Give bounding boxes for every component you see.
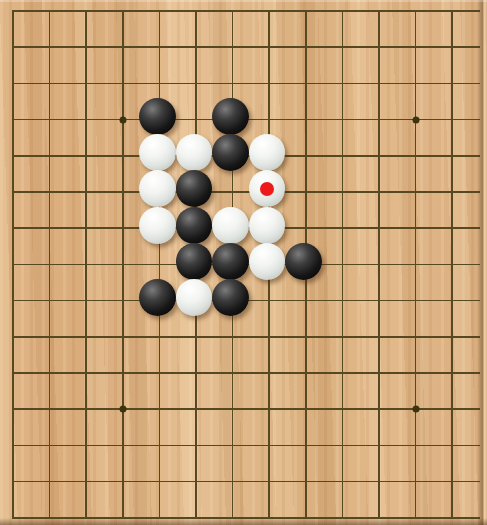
intersection-c12-r9[interactable]	[397, 282, 434, 318]
intersection-c11-r9[interactable]	[361, 282, 398, 318]
intersection-c12-r13[interactable]	[397, 427, 434, 463]
intersection-c10-r11[interactable]	[324, 355, 361, 391]
intersection-c1-r10[interactable]	[0, 319, 31, 355]
intersection-c8-r4[interactable]	[251, 101, 288, 137]
intersection-c5-r4[interactable]	[141, 101, 178, 137]
intersection-c2-r6[interactable]	[31, 174, 68, 210]
intersection-c4-r2[interactable]	[104, 29, 141, 65]
intersection-c13-r5[interactable]	[434, 138, 471, 174]
intersection-c10-r4[interactable]	[324, 101, 361, 137]
intersection-c6-r12[interactable]	[178, 391, 215, 427]
intersection-c12-r14[interactable]	[397, 463, 434, 499]
white-stone	[139, 134, 176, 171]
intersection-c12-r2[interactable]	[397, 29, 434, 65]
intersection-c12-r5[interactable]	[397, 138, 434, 174]
intersection-c7-r3[interactable]	[214, 65, 251, 101]
intersection-c12-r4[interactable]	[397, 101, 434, 137]
intersection-c12-r3[interactable]	[397, 65, 434, 101]
intersection-c4-r10[interactable]	[104, 319, 141, 355]
intersection-c7-r9[interactable]	[214, 282, 251, 318]
intersection-c3-r5[interactable]	[68, 138, 105, 174]
intersection-c6-r3[interactable]	[178, 65, 215, 101]
black-stone	[139, 98, 176, 135]
intersection-c4-r4[interactable]	[104, 101, 141, 137]
white-stone	[249, 243, 286, 280]
intersection-c10-r1[interactable]	[324, 0, 361, 29]
white-stone	[176, 134, 213, 171]
intersection-c7-r5[interactable]	[214, 138, 251, 174]
intersection-c5-r14[interactable]	[141, 463, 178, 499]
intersection-c8-r9[interactable]	[251, 282, 288, 318]
intersection-c6-r2[interactable]	[178, 29, 215, 65]
intersection-c13-r8[interactable]	[434, 246, 471, 282]
intersection-c2-r4[interactable]	[31, 101, 68, 137]
intersection-c13-r10[interactable]	[434, 319, 471, 355]
intersection-c10-r8[interactable]	[324, 246, 361, 282]
intersection-c6-r6[interactable]	[178, 174, 215, 210]
white-stone	[249, 134, 286, 171]
intersection-c4-r8[interactable]	[104, 246, 141, 282]
intersection-c5-r12[interactable]	[141, 391, 178, 427]
intersection-c2-r10[interactable]	[31, 319, 68, 355]
intersection-c7-r4[interactable]	[214, 101, 251, 137]
intersection-c7-r11[interactable]	[214, 355, 251, 391]
intersection-c2-r7[interactable]	[31, 210, 68, 246]
intersection-c9-r13[interactable]	[287, 427, 324, 463]
intersection-c1-r8[interactable]	[0, 246, 31, 282]
intersection-c9-r6[interactable]	[287, 174, 324, 210]
intersection-c3-r12[interactable]	[68, 391, 105, 427]
intersection-c4-r12[interactable]	[104, 391, 141, 427]
intersection-c13-r2[interactable]	[434, 29, 471, 65]
intersection-c4-r14[interactable]	[104, 463, 141, 499]
intersection-c1-r7[interactable]	[0, 210, 31, 246]
intersection-c2-r8[interactable]	[31, 246, 68, 282]
intersection-c9-r10[interactable]	[287, 319, 324, 355]
intersection-c13-r13[interactable]	[434, 427, 471, 463]
intersection-c9-r1[interactable]	[287, 0, 324, 29]
intersection-c6-r11[interactable]	[178, 355, 215, 391]
intersection-c3-r2[interactable]	[68, 29, 105, 65]
intersection-c10-r10[interactable]	[324, 319, 361, 355]
intersection-c11-r12[interactable]	[361, 391, 398, 427]
intersection-c6-r9[interactable]	[178, 282, 215, 318]
intersection-c10-r2[interactable]	[324, 29, 361, 65]
intersection-c3-r4[interactable]	[68, 101, 105, 137]
intersection-c8-r3[interactable]	[251, 65, 288, 101]
intersection-c3-r8[interactable]	[68, 246, 105, 282]
intersection-c8-r12[interactable]	[251, 391, 288, 427]
intersection-c8-r13[interactable]	[251, 427, 288, 463]
board-intersections	[0, 0, 470, 525]
intersection-c11-r7[interactable]	[361, 210, 398, 246]
black-stone	[285, 243, 322, 280]
intersection-c4-r9[interactable]	[104, 282, 141, 318]
intersection-c4-r1[interactable]	[104, 0, 141, 29]
intersection-c8-r10[interactable]	[251, 319, 288, 355]
black-stone	[212, 98, 249, 135]
intersection-c13-r3[interactable]	[434, 65, 471, 101]
intersection-c10-r6[interactable]	[324, 174, 361, 210]
intersection-c1-r5[interactable]	[0, 138, 31, 174]
white-stone	[139, 170, 176, 207]
intersection-c7-r2[interactable]	[214, 29, 251, 65]
intersection-c5-r5[interactable]	[141, 138, 178, 174]
intersection-c5-r6[interactable]	[141, 174, 178, 210]
intersection-c3-r7[interactable]	[68, 210, 105, 246]
intersection-c9-r9[interactable]	[287, 282, 324, 318]
intersection-c10-r9[interactable]	[324, 282, 361, 318]
intersection-c13-r6[interactable]	[434, 174, 471, 210]
intersection-c12-r10[interactable]	[397, 319, 434, 355]
intersection-c5-r2[interactable]	[141, 29, 178, 65]
intersection-c3-r6[interactable]	[68, 174, 105, 210]
intersection-c6-r1[interactable]	[178, 0, 215, 29]
intersection-c3-r10[interactable]	[68, 319, 105, 355]
intersection-c9-r11[interactable]	[287, 355, 324, 391]
intersection-c13-r11[interactable]	[434, 355, 471, 391]
intersection-c6-r5[interactable]	[178, 138, 215, 174]
white-stone	[249, 170, 286, 207]
intersection-c12-r12[interactable]	[397, 391, 434, 427]
black-stone	[212, 243, 249, 280]
intersection-c2-r5[interactable]	[31, 138, 68, 174]
intersection-c8-r7[interactable]	[251, 210, 288, 246]
intersection-c3-r13[interactable]	[68, 427, 105, 463]
intersection-c11-r3[interactable]	[361, 65, 398, 101]
white-stone	[249, 207, 286, 244]
intersection-c8-r1[interactable]	[251, 0, 288, 29]
intersection-c2-r3[interactable]	[31, 65, 68, 101]
intersection-c1-r6[interactable]	[0, 174, 31, 210]
board-top-edge	[0, 0, 487, 2]
last-move-marker	[260, 182, 274, 196]
intersection-c3-r1[interactable]	[68, 0, 105, 29]
intersection-c1-r11[interactable]	[0, 355, 31, 391]
black-stone	[139, 279, 176, 316]
intersection-c3-r11[interactable]	[68, 355, 105, 391]
intersection-c1-r12[interactable]	[0, 391, 31, 427]
intersection-c11-r5[interactable]	[361, 138, 398, 174]
intersection-c13-r7[interactable]	[434, 210, 471, 246]
intersection-c7-r6[interactable]	[214, 174, 251, 210]
intersection-c2-r1[interactable]	[31, 0, 68, 29]
intersection-c6-r14[interactable]	[178, 463, 215, 499]
intersection-c6-r7[interactable]	[178, 210, 215, 246]
black-stone	[212, 134, 249, 171]
intersection-c7-r13[interactable]	[214, 427, 251, 463]
intersection-c4-r5[interactable]	[104, 138, 141, 174]
intersection-c12-r7[interactable]	[397, 210, 434, 246]
intersection-c8-r14[interactable]	[251, 463, 288, 499]
intersection-c9-r2[interactable]	[287, 29, 324, 65]
intersection-c7-r14[interactable]	[214, 463, 251, 499]
intersection-c10-r3[interactable]	[324, 65, 361, 101]
black-stone	[212, 279, 249, 316]
intersection-c6-r4[interactable]	[178, 101, 215, 137]
intersection-c11-r8[interactable]	[361, 246, 398, 282]
board-bottom-edge	[0, 518, 487, 525]
intersection-c13-r14[interactable]	[434, 463, 471, 499]
intersection-c9-r12[interactable]	[287, 391, 324, 427]
intersection-c1-r9[interactable]	[0, 282, 31, 318]
intersection-c7-r10[interactable]	[214, 319, 251, 355]
intersection-c11-r1[interactable]	[361, 0, 398, 29]
black-stone	[176, 207, 213, 244]
intersection-c10-r7[interactable]	[324, 210, 361, 246]
intersection-c8-r6[interactable]	[251, 174, 288, 210]
intersection-c11-r11[interactable]	[361, 355, 398, 391]
intersection-c6-r13[interactable]	[178, 427, 215, 463]
intersection-c9-r14[interactable]	[287, 463, 324, 499]
intersection-c3-r14[interactable]	[68, 463, 105, 499]
intersection-c11-r4[interactable]	[361, 101, 398, 137]
intersection-c7-r8[interactable]	[214, 246, 251, 282]
intersection-c2-r13[interactable]	[31, 427, 68, 463]
intersection-c11-r2[interactable]	[361, 29, 398, 65]
intersection-c12-r1[interactable]	[397, 0, 434, 29]
intersection-c8-r8[interactable]	[251, 246, 288, 282]
intersection-c8-r2[interactable]	[251, 29, 288, 65]
intersection-c5-r8[interactable]	[141, 246, 178, 282]
intersection-c5-r9[interactable]	[141, 282, 178, 318]
intersection-c9-r3[interactable]	[287, 65, 324, 101]
black-stone	[176, 243, 213, 280]
intersection-c10-r12[interactable]	[324, 391, 361, 427]
intersection-c11-r10[interactable]	[361, 319, 398, 355]
intersection-c3-r3[interactable]	[68, 65, 105, 101]
intersection-c1-r3[interactable]	[0, 65, 31, 101]
intersection-c1-r13[interactable]	[0, 427, 31, 463]
intersection-c4-r6[interactable]	[104, 174, 141, 210]
intersection-c11-r14[interactable]	[361, 463, 398, 499]
board-right-edge	[477, 0, 487, 525]
intersection-c13-r1[interactable]	[434, 0, 471, 29]
intersection-c5-r11[interactable]	[141, 355, 178, 391]
intersection-c12-r6[interactable]	[397, 174, 434, 210]
intersection-c2-r12[interactable]	[31, 391, 68, 427]
intersection-c12-r8[interactable]	[397, 246, 434, 282]
white-stone	[176, 279, 213, 316]
intersection-c1-r1[interactable]	[0, 0, 31, 29]
intersection-c10-r14[interactable]	[324, 463, 361, 499]
intersection-c7-r12[interactable]	[214, 391, 251, 427]
intersection-c1-r2[interactable]	[0, 29, 31, 65]
intersection-c9-r7[interactable]	[287, 210, 324, 246]
intersection-c7-r7[interactable]	[214, 210, 251, 246]
intersection-c1-r14[interactable]	[0, 463, 31, 499]
intersection-c4-r13[interactable]	[104, 427, 141, 463]
intersection-c10-r13[interactable]	[324, 427, 361, 463]
intersection-c2-r14[interactable]	[31, 463, 68, 499]
gomoku-board	[0, 0, 487, 525]
intersection-c5-r7[interactable]	[141, 210, 178, 246]
intersection-c2-r2[interactable]	[31, 29, 68, 65]
intersection-c10-r5[interactable]	[324, 138, 361, 174]
intersection-c5-r13[interactable]	[141, 427, 178, 463]
intersection-c4-r3[interactable]	[104, 65, 141, 101]
intersection-c5-r10[interactable]	[141, 319, 178, 355]
intersection-c7-r1[interactable]	[214, 0, 251, 29]
intersection-c3-r9[interactable]	[68, 282, 105, 318]
intersection-c9-r8[interactable]	[287, 246, 324, 282]
intersection-c11-r13[interactable]	[361, 427, 398, 463]
intersection-c8-r5[interactable]	[251, 138, 288, 174]
intersection-c2-r9[interactable]	[31, 282, 68, 318]
intersection-c5-r1[interactable]	[141, 0, 178, 29]
intersection-c13-r4[interactable]	[434, 101, 471, 137]
intersection-c12-r11[interactable]	[397, 355, 434, 391]
intersection-c2-r11[interactable]	[31, 355, 68, 391]
white-stone	[139, 207, 176, 244]
intersection-c8-r11[interactable]	[251, 355, 288, 391]
intersection-c4-r11[interactable]	[104, 355, 141, 391]
intersection-c5-r3[interactable]	[141, 65, 178, 101]
intersection-c9-r4[interactable]	[287, 101, 324, 137]
intersection-c6-r8[interactable]	[178, 246, 215, 282]
intersection-c13-r12[interactable]	[434, 391, 471, 427]
intersection-c13-r9[interactable]	[434, 282, 471, 318]
intersection-c4-r7[interactable]	[104, 210, 141, 246]
intersection-c1-r4[interactable]	[0, 101, 31, 137]
intersection-c6-r10[interactable]	[178, 319, 215, 355]
white-stone	[212, 207, 249, 244]
intersection-c11-r6[interactable]	[361, 174, 398, 210]
intersection-c9-r5[interactable]	[287, 138, 324, 174]
black-stone	[176, 170, 213, 207]
